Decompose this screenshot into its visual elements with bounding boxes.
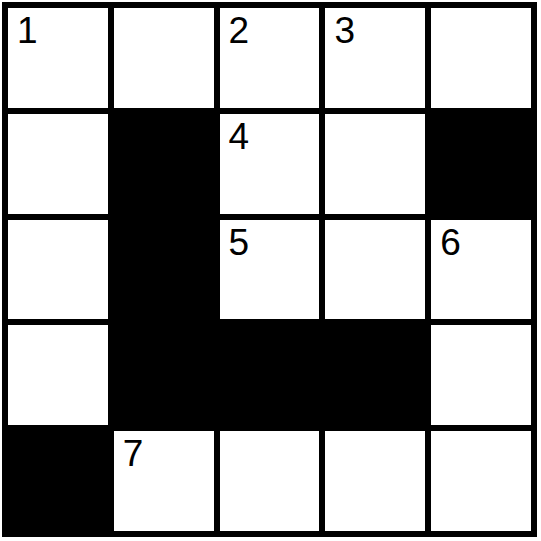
cell-r1c1[interactable]: 1 [8,8,108,108]
cell-r3c1[interactable] [8,220,108,320]
cell-r5c1 [8,431,108,531]
clue-number: 7 [123,435,144,472]
clue-number: 5 [229,224,250,261]
clue-number: 1 [17,12,38,49]
cell-r3c4[interactable] [325,220,425,320]
cell-r3c2 [114,220,214,320]
cell-r4c3 [220,325,320,425]
cell-r2c3[interactable]: 4 [220,114,320,214]
cell-r1c5[interactable] [431,8,531,108]
crossword-board: 1234567 [2,2,537,537]
cell-r4c2 [114,325,214,425]
crossword-puzzle: 1234567 [0,0,541,541]
cell-r1c2[interactable] [114,8,214,108]
cell-r4c5[interactable] [431,325,531,425]
cell-r5c5[interactable] [431,431,531,531]
clue-number: 2 [229,12,250,49]
cell-r3c3[interactable]: 5 [220,220,320,320]
cell-r3c5[interactable]: 6 [431,220,531,320]
cell-r4c1[interactable] [8,325,108,425]
clue-number: 3 [334,12,355,49]
cell-r4c4 [325,325,425,425]
cell-r2c5 [431,114,531,214]
cell-r2c4[interactable] [325,114,425,214]
cell-r2c2 [114,114,214,214]
cell-r1c4[interactable]: 3 [325,8,425,108]
cell-r1c3[interactable]: 2 [220,8,320,108]
cell-r5c4[interactable] [325,431,425,531]
clue-number: 4 [229,118,250,155]
cell-r2c1[interactable] [8,114,108,214]
cell-r5c2[interactable]: 7 [114,431,214,531]
clue-number: 6 [440,224,461,261]
cell-r5c3[interactable] [220,431,320,531]
